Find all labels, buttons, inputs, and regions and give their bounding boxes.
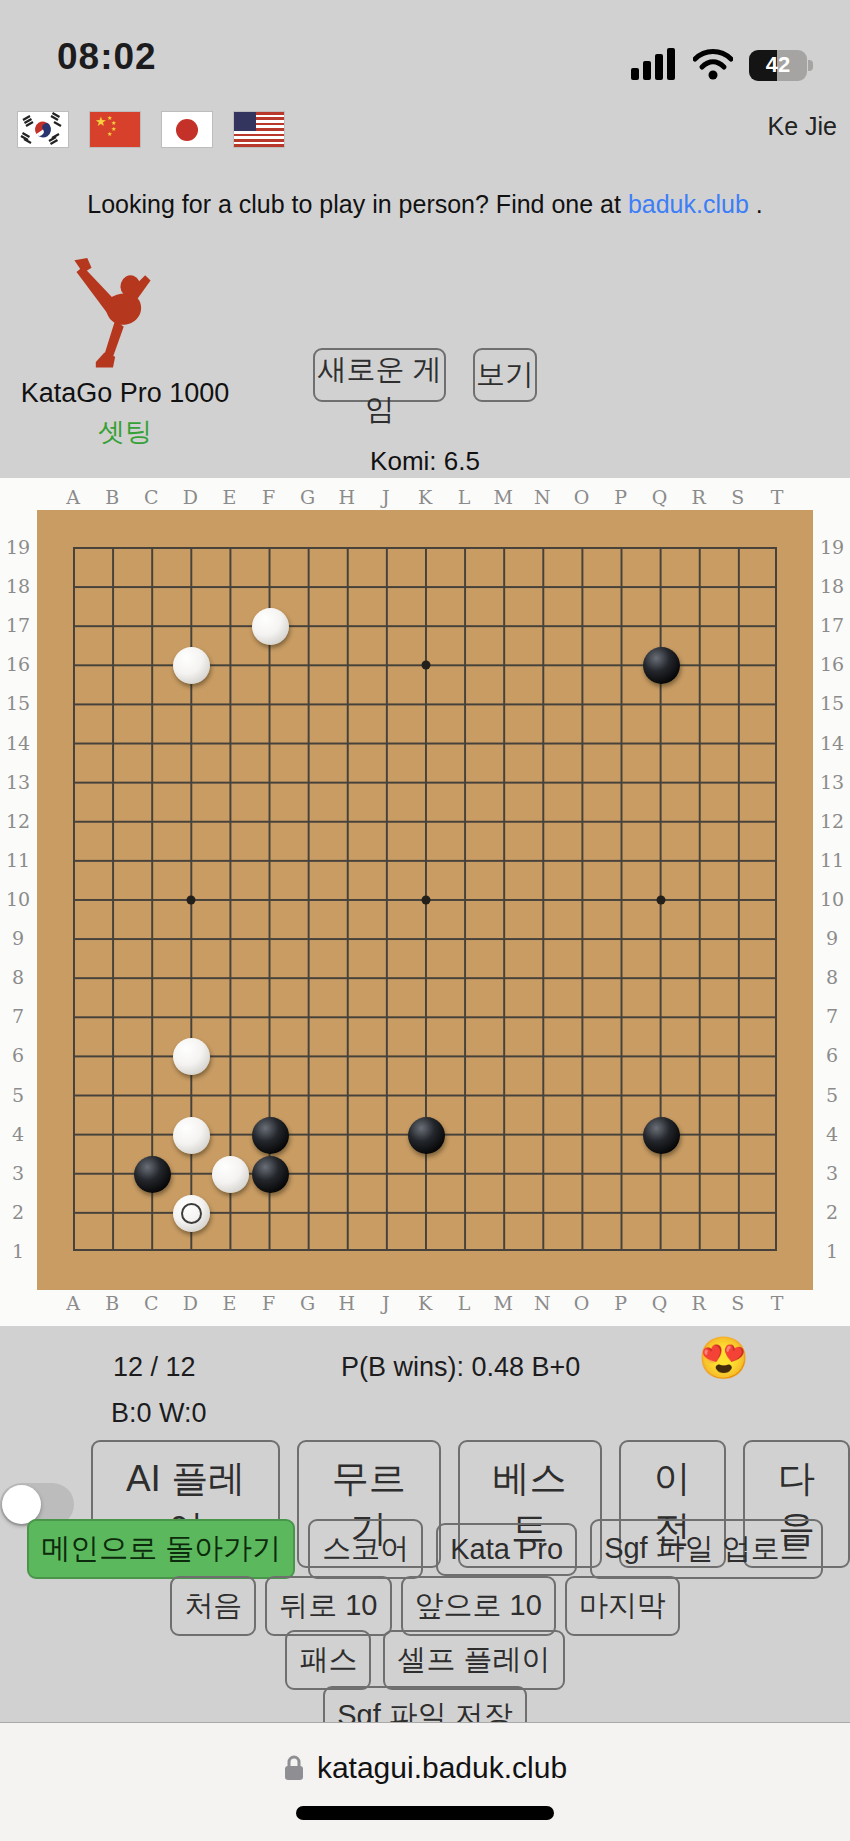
row-label: 13 — [4, 763, 32, 802]
black-stone-K4[interactable] — [408, 1117, 445, 1154]
row-label: 4 — [4, 1115, 32, 1154]
column-label: P — [601, 486, 640, 508]
controls-row-4: 패스 셀프 플레이 — [0, 1630, 850, 1690]
column-label: E — [210, 486, 249, 508]
column-label: G — [288, 486, 327, 508]
white-stone-D2[interactable] — [173, 1195, 210, 1232]
last-move-button[interactable]: 마지막 — [565, 1576, 680, 1636]
row-label: 16 — [4, 645, 32, 684]
column-label: C — [132, 1292, 171, 1314]
column-label: C — [132, 486, 171, 508]
back-to-main-button[interactable]: 메인으로 돌아가기 — [27, 1519, 295, 1579]
flag-japan[interactable] — [162, 112, 212, 147]
row-label: 19 — [818, 528, 846, 567]
column-label: R — [679, 486, 718, 508]
flag-united-states[interactable] — [234, 112, 284, 147]
column-label: Q — [640, 486, 679, 508]
board-panel: ABCDEFGHJKLMNOPQRST ABCDEFGHJKLMNOPQRST … — [0, 478, 850, 1326]
sgf-upload-button[interactable]: Sgf 파일 업로드 — [590, 1519, 823, 1579]
column-label: S — [718, 486, 757, 508]
row-labels-right: 19181716151413121110987654321 — [818, 528, 846, 1271]
column-labels-bottom: ABCDEFGHJKLMNOPQRST — [0, 1292, 850, 1314]
column-label: B — [93, 1292, 132, 1314]
row-label: 11 — [818, 841, 846, 880]
forward-10-button[interactable]: 앞으로 10 — [401, 1576, 556, 1636]
column-label: S — [718, 1292, 757, 1314]
row-label: 5 — [818, 1076, 846, 1115]
column-label: N — [523, 1292, 562, 1314]
row-label: 14 — [4, 724, 32, 763]
lock-icon — [283, 1754, 305, 1782]
row-label: 9 — [818, 919, 846, 958]
column-labels-top: ABCDEFGHJKLMNOPQRST — [0, 486, 850, 508]
column-label: B — [93, 486, 132, 508]
row-label: 9 — [4, 919, 32, 958]
column-label: D — [171, 486, 210, 508]
column-label: K — [405, 1292, 444, 1314]
column-label: G — [288, 1292, 327, 1314]
row-label: 15 — [4, 684, 32, 723]
stone-layer — [55, 529, 798, 1272]
row-label: 4 — [818, 1115, 846, 1154]
column-label: Q — [640, 1292, 679, 1314]
club-banner: Looking for a club to play in person? Fi… — [0, 190, 850, 219]
row-label: 12 — [818, 802, 846, 841]
opponent-name: Ke Jie — [768, 112, 837, 141]
baduk-club-link[interactable]: baduk.club — [628, 190, 749, 218]
komi-label: Komi: 6.5 — [0, 446, 850, 477]
row-label: 17 — [4, 606, 32, 645]
back-10-button[interactable]: 뒤로 10 — [265, 1576, 391, 1636]
white-stone-D6[interactable] — [173, 1038, 210, 1075]
row-label: 1 — [818, 1232, 846, 1271]
column-label: F — [249, 1292, 288, 1314]
row-label: 19 — [4, 528, 32, 567]
row-label: 6 — [818, 1036, 846, 1075]
row-label: 10 — [818, 880, 846, 919]
column-label: H — [327, 486, 366, 508]
mood-emoji: 😍 — [698, 1334, 749, 1382]
column-label: H — [327, 1292, 366, 1314]
column-label: M — [484, 486, 523, 508]
column-label: E — [210, 1292, 249, 1314]
wifi-icon — [693, 49, 733, 81]
white-stone-D16[interactable] — [173, 647, 210, 684]
column-label: R — [679, 1292, 718, 1314]
row-label: 1 — [4, 1232, 32, 1271]
row-label: 12 — [4, 802, 32, 841]
status-icons: 42 — [631, 48, 807, 82]
url-text: katagui.baduk.club — [317, 1751, 567, 1785]
browser-bottom-bar: katagui.baduk.club — [0, 1722, 850, 1841]
controls-row-2: 메인으로 돌아가기 스코어 Kata Pro Sgf 파일 업로드 — [0, 1519, 850, 1579]
row-label: 14 — [818, 724, 846, 763]
battery-percent: 42 — [766, 52, 790, 78]
settings-link[interactable]: 셋팅 — [0, 414, 250, 450]
row-label: 2 — [4, 1193, 32, 1232]
row-label: 8 — [818, 958, 846, 997]
move-counter: 12 / 12 — [113, 1352, 196, 1383]
black-stone-Q4[interactable] — [643, 1117, 680, 1154]
column-label: M — [484, 1292, 523, 1314]
column-label: L — [445, 1292, 484, 1314]
column-label: O — [562, 1292, 601, 1314]
captures-count: B:0 W:0 — [111, 1398, 207, 1429]
clock-time: 08:02 — [57, 36, 157, 78]
win-probability: P(B wins): 0.48 B+0 — [341, 1352, 580, 1383]
row-label: 15 — [818, 684, 846, 723]
column-label: L — [445, 486, 484, 508]
column-label: O — [562, 486, 601, 508]
column-label: A — [53, 1292, 92, 1314]
row-label: 7 — [818, 997, 846, 1036]
column-label: J — [366, 1292, 405, 1314]
row-label: 17 — [818, 606, 846, 645]
banner-text-after: . — [749, 190, 763, 218]
column-label: J — [366, 486, 405, 508]
row-label: 6 — [4, 1036, 32, 1075]
row-label: 18 — [4, 567, 32, 606]
last-move-marker — [181, 1203, 202, 1224]
controls-row-3: 처음 뒤로 10 앞으로 10 마지막 — [0, 1576, 850, 1636]
column-label: A — [53, 486, 92, 508]
score-button[interactable]: 스코어 — [308, 1519, 423, 1579]
black-stone-F4[interactable] — [252, 1117, 289, 1154]
flag-south-korea[interactable] — [18, 112, 68, 147]
katago-kick-logo — [58, 258, 168, 376]
column-label: K — [405, 486, 444, 508]
first-move-button[interactable]: 처음 — [170, 1576, 256, 1636]
url-bar[interactable]: katagui.baduk.club — [0, 1751, 850, 1785]
row-label: 3 — [818, 1154, 846, 1193]
row-label: 3 — [4, 1154, 32, 1193]
row-label: 2 — [818, 1193, 846, 1232]
column-label: T — [757, 1292, 796, 1314]
white-stone-E3[interactable] — [212, 1156, 249, 1193]
row-label: 5 — [4, 1076, 32, 1115]
column-label: P — [601, 1292, 640, 1314]
black-stone-Q16[interactable] — [643, 647, 680, 684]
black-stone-C3[interactable] — [134, 1156, 171, 1193]
svg-text:★: ★ — [95, 114, 107, 129]
row-label: 8 — [4, 958, 32, 997]
white-stone-F17[interactable] — [252, 608, 289, 645]
row-labels-left: 19181716151413121110987654321 — [4, 528, 32, 1271]
column-label: T — [757, 486, 796, 508]
battery-indicator: 42 — [749, 50, 807, 81]
black-stone-F3[interactable] — [252, 1156, 289, 1193]
pass-button[interactable]: 패스 — [285, 1630, 371, 1690]
app-title: KataGo Pro 1000 — [0, 378, 250, 409]
row-label: 16 — [818, 645, 846, 684]
column-label: N — [523, 486, 562, 508]
self-play-button[interactable]: 셀프 플레이 — [383, 1630, 564, 1690]
katago-web-app: { "game": "go", "status_bar": { "time": … — [0, 0, 850, 1841]
flag-china[interactable]: ★ ★ ★ ★ ★ — [90, 112, 140, 147]
go-board[interactable] — [37, 510, 813, 1290]
svg-text:★: ★ — [107, 131, 112, 137]
cellular-signal-icon — [631, 48, 677, 82]
home-indicator[interactable] — [296, 1806, 554, 1820]
row-label: 13 — [818, 763, 846, 802]
row-label: 11 — [4, 841, 32, 880]
row-label: 18 — [818, 567, 846, 606]
column-label: F — [249, 486, 288, 508]
white-stone-D4[interactable] — [173, 1117, 210, 1154]
toggle-knob — [2, 1485, 41, 1524]
view-button[interactable]: 보기 — [473, 348, 537, 402]
kata-pro-button[interactable]: Kata Pro — [436, 1523, 577, 1576]
row-label: 7 — [4, 997, 32, 1036]
banner-text: Looking for a club to play in person? Fi… — [87, 190, 628, 218]
language-flags: ★ ★ ★ ★ ★ — [18, 112, 284, 147]
column-label: D — [171, 1292, 210, 1314]
new-game-button[interactable]: 새로운 게임 — [313, 348, 446, 402]
row-label: 10 — [4, 880, 32, 919]
